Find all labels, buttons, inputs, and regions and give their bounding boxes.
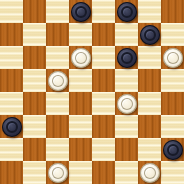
square-e6 xyxy=(92,46,115,69)
piece-ring xyxy=(121,98,133,110)
square-h8[interactable] xyxy=(161,0,184,23)
square-a6 xyxy=(0,46,23,69)
piece-ring xyxy=(121,6,133,18)
square-e3[interactable] xyxy=(92,115,115,138)
square-e1[interactable] xyxy=(92,161,115,184)
square-c2 xyxy=(46,138,69,161)
black-man-d8[interactable] xyxy=(71,2,91,22)
square-h6[interactable] xyxy=(161,46,184,69)
square-g5[interactable] xyxy=(138,69,161,92)
square-b5 xyxy=(23,69,46,92)
square-e8 xyxy=(92,0,115,23)
square-f4[interactable] xyxy=(115,92,138,115)
square-e7[interactable] xyxy=(92,23,115,46)
square-g8 xyxy=(138,0,161,23)
square-g1[interactable] xyxy=(138,161,161,184)
square-b6[interactable] xyxy=(23,46,46,69)
square-a5[interactable] xyxy=(0,69,23,92)
piece-ring xyxy=(121,52,133,64)
square-c5[interactable] xyxy=(46,69,69,92)
square-e4 xyxy=(92,92,115,115)
square-d4[interactable] xyxy=(69,92,92,115)
square-g6 xyxy=(138,46,161,69)
square-g2 xyxy=(138,138,161,161)
black-man-f8[interactable] xyxy=(117,2,137,22)
white-man-f4[interactable] xyxy=(117,94,137,114)
square-a3[interactable] xyxy=(0,115,23,138)
square-d7 xyxy=(69,23,92,46)
square-g7[interactable] xyxy=(138,23,161,46)
square-d6[interactable] xyxy=(69,46,92,69)
square-c6 xyxy=(46,46,69,69)
white-man-c1[interactable] xyxy=(48,163,68,183)
square-h4[interactable] xyxy=(161,92,184,115)
square-b4[interactable] xyxy=(23,92,46,115)
square-f7 xyxy=(115,23,138,46)
square-a4 xyxy=(0,92,23,115)
checkers-board xyxy=(0,0,184,184)
square-h2[interactable] xyxy=(161,138,184,161)
square-c3[interactable] xyxy=(46,115,69,138)
square-h7 xyxy=(161,23,184,46)
piece-ring xyxy=(6,121,18,133)
square-e5[interactable] xyxy=(92,69,115,92)
black-man-f6[interactable] xyxy=(117,48,137,68)
checkers-board-wrapper xyxy=(0,0,184,184)
square-c8 xyxy=(46,0,69,23)
square-f5 xyxy=(115,69,138,92)
black-man-g7[interactable] xyxy=(140,25,160,45)
square-f2[interactable] xyxy=(115,138,138,161)
square-d5 xyxy=(69,69,92,92)
square-a1[interactable] xyxy=(0,161,23,184)
square-d8[interactable] xyxy=(69,0,92,23)
square-e2 xyxy=(92,138,115,161)
black-man-h2[interactable] xyxy=(163,140,183,160)
square-a8 xyxy=(0,0,23,23)
square-c4 xyxy=(46,92,69,115)
white-man-c5[interactable] xyxy=(48,71,68,91)
square-h5 xyxy=(161,69,184,92)
square-b8[interactable] xyxy=(23,0,46,23)
square-h3 xyxy=(161,115,184,138)
square-a7[interactable] xyxy=(0,23,23,46)
square-b3 xyxy=(23,115,46,138)
piece-ring xyxy=(144,29,156,41)
white-man-g1[interactable] xyxy=(140,163,160,183)
square-g3[interactable] xyxy=(138,115,161,138)
square-b2[interactable] xyxy=(23,138,46,161)
square-f3 xyxy=(115,115,138,138)
piece-ring xyxy=(167,144,179,156)
square-g4 xyxy=(138,92,161,115)
square-h1 xyxy=(161,161,184,184)
square-c7[interactable] xyxy=(46,23,69,46)
piece-ring xyxy=(167,52,179,64)
square-d1 xyxy=(69,161,92,184)
square-d3 xyxy=(69,115,92,138)
square-f1 xyxy=(115,161,138,184)
square-a2 xyxy=(0,138,23,161)
square-c1[interactable] xyxy=(46,161,69,184)
square-f8[interactable] xyxy=(115,0,138,23)
black-man-a3[interactable] xyxy=(2,117,22,137)
piece-ring xyxy=(52,167,64,179)
piece-ring xyxy=(75,52,87,64)
square-b7 xyxy=(23,23,46,46)
piece-ring xyxy=(52,75,64,87)
square-d2[interactable] xyxy=(69,138,92,161)
square-b1 xyxy=(23,161,46,184)
white-man-d6[interactable] xyxy=(71,48,91,68)
white-man-h6[interactable] xyxy=(163,48,183,68)
square-f6[interactable] xyxy=(115,46,138,69)
piece-ring xyxy=(75,6,87,18)
piece-ring xyxy=(144,167,156,179)
